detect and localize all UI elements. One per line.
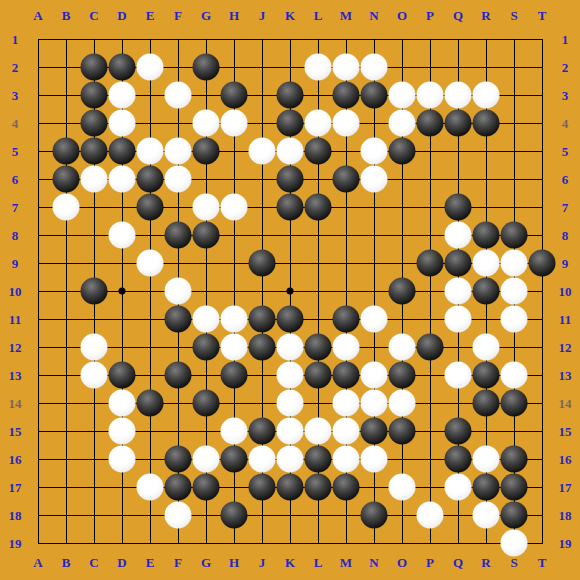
stone-black — [333, 306, 360, 333]
column-label-top: N — [369, 9, 378, 22]
stone-black — [137, 194, 164, 221]
stone-black — [165, 222, 192, 249]
row-label-left: 10 — [9, 285, 22, 298]
stone-black — [81, 278, 108, 305]
stone-black — [529, 250, 556, 277]
stone-black — [249, 334, 276, 361]
grid-vertical-line — [542, 39, 543, 544]
column-label-bottom: J — [259, 556, 266, 569]
stone-white — [193, 194, 220, 221]
column-label-top: D — [117, 9, 126, 22]
stone-white — [109, 222, 136, 249]
stone-black — [473, 474, 500, 501]
row-label-right: 2 — [562, 61, 569, 74]
stone-black — [389, 138, 416, 165]
stone-black — [473, 110, 500, 137]
stone-white — [221, 334, 248, 361]
stone-black — [193, 138, 220, 165]
stone-black — [137, 166, 164, 193]
column-label-top: L — [314, 9, 323, 22]
row-label-left: 9 — [12, 257, 19, 270]
stone-black — [501, 502, 528, 529]
stone-white — [473, 502, 500, 529]
row-label-right: 19 — [559, 537, 572, 550]
row-label-right: 17 — [559, 481, 572, 494]
go-board[interactable]: AABBCCDDEEFFGGHHJJKKLLMMNNOOPPQQRRSSTT11… — [0, 0, 580, 580]
row-label-left: 7 — [12, 201, 19, 214]
row-label-right: 18 — [559, 509, 572, 522]
stone-white — [137, 54, 164, 81]
stone-white — [389, 390, 416, 417]
stone-white — [165, 278, 192, 305]
row-label-left: 5 — [12, 145, 19, 158]
stone-black — [389, 418, 416, 445]
column-label-bottom: R — [481, 556, 490, 569]
stone-white — [81, 334, 108, 361]
column-label-bottom: C — [89, 556, 98, 569]
row-label-right: 13 — [559, 369, 572, 382]
stone-white — [221, 418, 248, 445]
column-label-bottom: B — [62, 556, 71, 569]
stone-black — [277, 82, 304, 109]
row-label-left: 2 — [12, 61, 19, 74]
row-label-right: 7 — [562, 201, 569, 214]
column-label-top: P — [426, 9, 434, 22]
stone-white — [109, 82, 136, 109]
stone-black — [445, 110, 472, 137]
column-label-top: Q — [453, 9, 463, 22]
stone-white — [445, 82, 472, 109]
row-label-left: 16 — [9, 453, 22, 466]
column-label-top: M — [340, 9, 352, 22]
row-label-right: 10 — [559, 285, 572, 298]
column-label-bottom: L — [314, 556, 323, 569]
stone-white — [501, 362, 528, 389]
row-label-left: 14 — [9, 397, 22, 410]
row-label-left: 6 — [12, 173, 19, 186]
stone-black — [249, 418, 276, 445]
stone-white — [277, 418, 304, 445]
stone-white — [193, 306, 220, 333]
stone-white — [165, 82, 192, 109]
stone-black — [417, 250, 444, 277]
stone-black — [221, 82, 248, 109]
stone-white — [109, 446, 136, 473]
column-label-bottom: Q — [453, 556, 463, 569]
stone-black — [193, 334, 220, 361]
stone-white — [137, 138, 164, 165]
column-label-bottom: N — [369, 556, 378, 569]
column-label-top: E — [146, 9, 155, 22]
stone-white — [361, 138, 388, 165]
column-label-top: B — [62, 9, 71, 22]
stone-black — [361, 502, 388, 529]
stone-white — [221, 306, 248, 333]
grid-horizontal-line — [38, 515, 543, 516]
row-label-right: 16 — [559, 453, 572, 466]
column-label-bottom: A — [33, 556, 42, 569]
stone-white — [333, 418, 360, 445]
stone-black — [389, 278, 416, 305]
stone-white — [305, 54, 332, 81]
stone-black — [277, 474, 304, 501]
stone-black — [445, 194, 472, 221]
stone-white — [305, 418, 332, 445]
stone-black — [389, 362, 416, 389]
row-label-left: 15 — [9, 425, 22, 438]
stone-black — [333, 362, 360, 389]
stone-white — [193, 446, 220, 473]
row-label-left: 19 — [9, 537, 22, 550]
stone-white — [81, 362, 108, 389]
stone-black — [305, 138, 332, 165]
stone-white — [473, 250, 500, 277]
column-label-bottom: T — [538, 556, 547, 569]
stone-white — [501, 278, 528, 305]
stone-white — [501, 306, 528, 333]
row-label-right: 1 — [562, 33, 569, 46]
stone-black — [361, 82, 388, 109]
stone-black — [361, 418, 388, 445]
column-label-bottom: E — [146, 556, 155, 569]
stone-white — [361, 362, 388, 389]
column-label-top: T — [538, 9, 547, 22]
stone-black — [81, 138, 108, 165]
stone-white — [389, 82, 416, 109]
row-label-left: 11 — [9, 313, 21, 326]
stone-white — [501, 250, 528, 277]
stone-black — [81, 82, 108, 109]
stone-white — [53, 194, 80, 221]
stone-white — [277, 362, 304, 389]
stone-white — [109, 418, 136, 445]
stone-black — [333, 474, 360, 501]
stone-black — [249, 250, 276, 277]
stone-black — [445, 418, 472, 445]
stone-black — [473, 278, 500, 305]
row-label-left: 3 — [12, 89, 19, 102]
column-label-top: C — [89, 9, 98, 22]
stone-white — [445, 362, 472, 389]
row-label-right: 9 — [562, 257, 569, 270]
stone-black — [417, 334, 444, 361]
stone-black — [221, 502, 248, 529]
stone-black — [165, 474, 192, 501]
stone-black — [249, 474, 276, 501]
column-label-bottom: K — [285, 556, 295, 569]
stone-white — [109, 110, 136, 137]
stone-black — [277, 306, 304, 333]
stone-black — [445, 250, 472, 277]
stone-black — [81, 110, 108, 137]
stone-black — [193, 54, 220, 81]
column-label-top: K — [285, 9, 295, 22]
column-label-top: A — [33, 9, 42, 22]
column-label-top: S — [510, 9, 517, 22]
stone-black — [165, 446, 192, 473]
stone-black — [81, 54, 108, 81]
stone-white — [361, 54, 388, 81]
stone-white — [333, 446, 360, 473]
row-label-right: 5 — [562, 145, 569, 158]
hoshi-star-point — [119, 288, 126, 295]
stone-black — [333, 82, 360, 109]
hoshi-star-point — [287, 288, 294, 295]
stone-black — [137, 390, 164, 417]
stone-black — [193, 390, 220, 417]
stone-black — [221, 362, 248, 389]
stone-black — [473, 390, 500, 417]
stone-white — [249, 138, 276, 165]
row-label-right: 15 — [559, 425, 572, 438]
stone-white — [137, 474, 164, 501]
stone-black — [473, 222, 500, 249]
stone-white — [445, 306, 472, 333]
stone-black — [249, 306, 276, 333]
column-label-bottom: P — [426, 556, 434, 569]
column-label-top: O — [397, 9, 407, 22]
stone-white — [333, 334, 360, 361]
stone-black — [193, 474, 220, 501]
column-label-top: H — [229, 9, 239, 22]
stone-white — [389, 334, 416, 361]
stone-white — [361, 446, 388, 473]
stone-white — [221, 110, 248, 137]
stone-white — [473, 82, 500, 109]
stone-black — [277, 166, 304, 193]
row-label-right: 12 — [559, 341, 572, 354]
column-label-bottom: O — [397, 556, 407, 569]
stone-black — [445, 446, 472, 473]
stone-black — [109, 54, 136, 81]
row-label-right: 6 — [562, 173, 569, 186]
stone-black — [333, 166, 360, 193]
stone-black — [501, 474, 528, 501]
row-label-left: 4 — [12, 117, 19, 130]
row-label-left: 13 — [9, 369, 22, 382]
stone-white — [417, 82, 444, 109]
stone-white — [81, 166, 108, 193]
stone-white — [109, 166, 136, 193]
stone-white — [333, 390, 360, 417]
stone-white — [333, 110, 360, 137]
stone-white — [445, 474, 472, 501]
stone-black — [221, 446, 248, 473]
stone-black — [501, 390, 528, 417]
row-label-right: 3 — [562, 89, 569, 102]
row-label-left: 12 — [9, 341, 22, 354]
stone-white — [445, 278, 472, 305]
stone-white — [417, 502, 444, 529]
stone-white — [361, 166, 388, 193]
stone-white — [361, 390, 388, 417]
stone-white — [473, 446, 500, 473]
stone-black — [53, 138, 80, 165]
stone-black — [473, 362, 500, 389]
stone-black — [165, 362, 192, 389]
column-label-bottom: M — [340, 556, 352, 569]
stone-white — [165, 166, 192, 193]
stone-black — [277, 194, 304, 221]
stone-black — [277, 110, 304, 137]
stone-white — [165, 502, 192, 529]
stone-black — [53, 166, 80, 193]
row-label-left: 18 — [9, 509, 22, 522]
stone-white — [473, 334, 500, 361]
stone-white — [389, 110, 416, 137]
stone-white — [389, 474, 416, 501]
stone-black — [305, 194, 332, 221]
stone-white — [305, 110, 332, 137]
row-label-left: 1 — [12, 33, 19, 46]
stone-black — [193, 222, 220, 249]
row-label-left: 17 — [9, 481, 22, 494]
stone-white — [277, 390, 304, 417]
grid-horizontal-line — [38, 543, 543, 544]
column-label-top: F — [174, 9, 182, 22]
column-label-top: R — [481, 9, 490, 22]
stone-black — [417, 110, 444, 137]
row-label-right: 4 — [562, 117, 569, 130]
stone-black — [501, 446, 528, 473]
row-label-right: 14 — [559, 397, 572, 410]
column-label-bottom: D — [117, 556, 126, 569]
stone-white — [249, 446, 276, 473]
column-label-bottom: H — [229, 556, 239, 569]
stone-black — [109, 362, 136, 389]
stone-black — [165, 306, 192, 333]
stone-black — [501, 222, 528, 249]
stone-black — [305, 446, 332, 473]
stone-white — [333, 54, 360, 81]
row-label-right: 11 — [559, 313, 571, 326]
stone-white — [445, 222, 472, 249]
stone-white — [221, 194, 248, 221]
stone-white — [137, 250, 164, 277]
stone-white — [277, 446, 304, 473]
column-label-bottom: F — [174, 556, 182, 569]
column-label-top: G — [201, 9, 211, 22]
stone-white — [501, 530, 528, 557]
stone-black — [305, 334, 332, 361]
stone-black — [305, 362, 332, 389]
stone-white — [277, 138, 304, 165]
row-label-right: 8 — [562, 229, 569, 242]
stone-white — [277, 334, 304, 361]
column-label-bottom: G — [201, 556, 211, 569]
column-label-bottom: S — [510, 556, 517, 569]
column-label-top: J — [259, 9, 266, 22]
stone-white — [193, 110, 220, 137]
stone-white — [109, 390, 136, 417]
stone-white — [165, 138, 192, 165]
stone-white — [361, 306, 388, 333]
row-label-left: 8 — [12, 229, 19, 242]
stone-black — [109, 138, 136, 165]
stone-black — [305, 474, 332, 501]
